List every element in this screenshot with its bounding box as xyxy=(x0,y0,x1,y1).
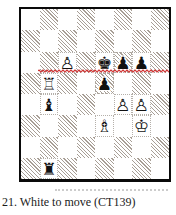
square-c5 xyxy=(58,73,77,94)
square-d8 xyxy=(77,9,96,30)
square-c1 xyxy=(58,158,77,179)
square-h4 xyxy=(151,94,170,115)
square-a6 xyxy=(21,52,40,73)
square-f1 xyxy=(114,158,133,179)
square-a7 xyxy=(21,30,40,51)
board-grid: ♙♚♟♟♖♟♝♙♙♗♔♜ xyxy=(21,9,169,179)
square-g4: ♙ xyxy=(132,94,151,115)
white-pawn-g4: ♙ xyxy=(134,95,149,114)
diagram-caption: 21. White to move (CT139) xyxy=(2,195,174,210)
square-h1 xyxy=(151,158,170,179)
square-c8 xyxy=(58,9,77,30)
square-b5: ♖ xyxy=(40,73,59,94)
square-e3: ♗ xyxy=(95,115,114,136)
square-g2 xyxy=(132,137,151,158)
square-c7 xyxy=(58,30,77,51)
square-g3: ♔ xyxy=(132,115,151,136)
square-b8 xyxy=(40,9,59,30)
red-squiggle-underline xyxy=(38,68,169,74)
square-e8 xyxy=(95,9,114,30)
square-f8 xyxy=(114,9,133,30)
square-g1 xyxy=(132,158,151,179)
square-a8 xyxy=(21,9,40,30)
white-pawn-f4: ♙ xyxy=(115,95,130,114)
white-bishop-e3: ♗ xyxy=(97,116,112,135)
square-f4: ♙ xyxy=(114,94,133,115)
square-c2 xyxy=(58,137,77,158)
black-pawn-e5: ♟ xyxy=(97,74,112,93)
square-h3 xyxy=(151,115,170,136)
square-a4 xyxy=(21,94,40,115)
square-d4 xyxy=(77,94,96,115)
white-king-g3: ♔ xyxy=(134,116,149,135)
square-e5: ♟ xyxy=(95,73,114,94)
square-g5 xyxy=(132,73,151,94)
square-b3 xyxy=(40,115,59,136)
square-c4 xyxy=(58,94,77,115)
square-b2 xyxy=(40,137,59,158)
black-rook-b1: ♜ xyxy=(41,159,56,178)
square-e7 xyxy=(95,30,114,51)
square-a5 xyxy=(21,73,40,94)
square-d5 xyxy=(77,73,96,94)
square-e1 xyxy=(95,158,114,179)
square-d7 xyxy=(77,30,96,51)
square-d2 xyxy=(77,137,96,158)
square-h5 xyxy=(151,73,170,94)
square-f5 xyxy=(114,73,133,94)
document-page: ♙♚♟♟♖♟♝♙♙♗♔♜ 21. White to move (CT139) xyxy=(0,0,176,215)
square-h8 xyxy=(151,9,170,30)
chess-board: ♙♚♟♟♖♟♝♙♙♗♔♜ xyxy=(19,7,171,182)
square-f7 xyxy=(114,30,133,51)
square-b7 xyxy=(40,30,59,51)
square-d1 xyxy=(77,158,96,179)
white-rook-b5: ♖ xyxy=(41,74,56,93)
square-g8 xyxy=(132,9,151,30)
square-h7 xyxy=(151,30,170,51)
square-a2 xyxy=(21,137,40,158)
square-b1: ♜ xyxy=(40,158,59,179)
black-bishop-b4: ♝ xyxy=(41,95,56,114)
square-g7 xyxy=(132,30,151,51)
square-f3 xyxy=(114,115,133,136)
square-e4 xyxy=(95,94,114,115)
square-b4: ♝ xyxy=(40,94,59,115)
square-c3 xyxy=(58,115,77,136)
square-h2 xyxy=(151,137,170,158)
square-a3 xyxy=(21,115,40,136)
square-f2 xyxy=(114,137,133,158)
square-a1 xyxy=(21,158,40,179)
square-e2 xyxy=(95,137,114,158)
scan-artifact-dotted-line xyxy=(55,189,168,191)
square-d3 xyxy=(77,115,96,136)
